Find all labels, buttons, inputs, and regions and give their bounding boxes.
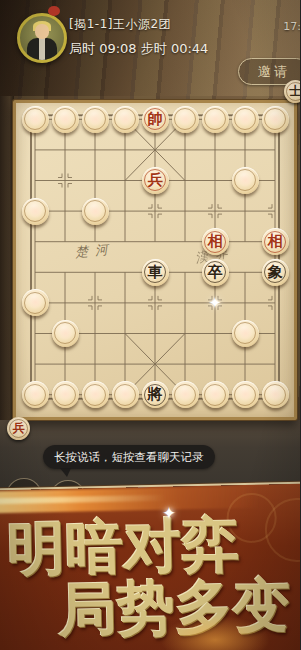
board-cell[interactable] — [20, 379, 50, 410]
banner-line-1: 明暗对弈 — [7, 513, 240, 580]
board-cell[interactable] — [110, 257, 140, 288]
piece-卒[interactable]: 卒 — [202, 259, 229, 286]
board-cell[interactable] — [50, 257, 80, 288]
table-edge-left — [0, 96, 14, 448]
board-cell[interactable] — [50, 165, 80, 196]
board-cell[interactable] — [80, 226, 110, 257]
captured-piece-advisor: 士 — [284, 80, 300, 103]
board-cell[interactable]: ✦ — [200, 288, 230, 319]
board-cell[interactable] — [140, 226, 170, 257]
piece-facedown[interactable] — [112, 106, 139, 133]
piece-facedown[interactable] — [232, 320, 259, 347]
board-cell[interactable] — [260, 379, 290, 410]
board-cell[interactable]: 車 — [140, 257, 170, 288]
sparkle-glint: ✦ — [162, 503, 176, 523]
board-cell[interactable] — [200, 135, 230, 166]
piece-glyph: 將 — [148, 381, 163, 408]
board-cell[interactable] — [110, 288, 140, 319]
piece-facedown[interactable] — [22, 198, 49, 225]
board-cell[interactable] — [50, 349, 80, 380]
move-time-value: 00:44 — [171, 41, 208, 56]
piece-facedown[interactable] — [112, 381, 139, 408]
board-cell[interactable] — [170, 257, 200, 288]
board-cell[interactable]: 兵 — [140, 165, 170, 196]
board-cell[interactable] — [230, 226, 260, 257]
piece-facedown[interactable] — [232, 167, 259, 194]
board-cell[interactable] — [80, 135, 110, 166]
board-cell[interactable] — [20, 288, 50, 319]
board-cell[interactable] — [50, 318, 80, 349]
board-cell[interactable] — [230, 135, 260, 166]
avatar-shirt — [39, 38, 45, 60]
board-cell[interactable] — [170, 226, 200, 257]
piece-facedown[interactable] — [202, 381, 229, 408]
game-screen: [揭1-1]王小源2团 局时 09:08 步时 00:44 17:5 邀请 楚河… — [0, 0, 300, 650]
board-cell[interactable] — [80, 257, 110, 288]
board-cell[interactable] — [20, 318, 50, 349]
piece-facedown[interactable] — [22, 289, 49, 316]
piece-facedown[interactable] — [82, 381, 109, 408]
board-cell[interactable] — [50, 379, 80, 410]
piece-facedown[interactable] — [172, 381, 199, 408]
board-cell[interactable] — [230, 165, 260, 196]
board-cell[interactable] — [170, 196, 200, 227]
board-inner: 楚河 漢界 帥兵相相車卒象✦將 — [20, 104, 290, 410]
board-cell[interactable] — [80, 288, 110, 319]
captured-soldier-glyph: 兵 — [13, 420, 25, 437]
board-cell[interactable] — [200, 196, 230, 227]
piece-象[interactable]: 象 — [262, 259, 289, 286]
board-cell[interactable] — [260, 165, 290, 196]
piece-glyph: 象 — [268, 259, 283, 286]
board-cell[interactable] — [50, 135, 80, 166]
move-time-label: 步时 — [141, 41, 167, 56]
opponent-avatar[interactable] — [17, 13, 67, 63]
board-cell[interactable] — [20, 104, 50, 135]
move-highlight-sparkle: ✦ — [207, 295, 223, 311]
opponent-name: [揭1-1]王小源2团 — [69, 16, 171, 33]
board-cell[interactable] — [170, 135, 200, 166]
board-cell[interactable] — [110, 349, 140, 380]
board-cell[interactable] — [260, 104, 290, 135]
board-cell[interactable] — [200, 379, 230, 410]
board-cell[interactable] — [140, 196, 170, 227]
piece-facedown[interactable] — [232, 381, 259, 408]
piece-facedown[interactable] — [52, 381, 79, 408]
board-cell[interactable] — [170, 379, 200, 410]
piece-glyph: 兵 — [148, 167, 163, 194]
board-cell[interactable] — [200, 104, 230, 135]
board-cell[interactable] — [230, 196, 260, 227]
board-cell[interactable] — [230, 288, 260, 319]
piece-相[interactable]: 相 — [202, 228, 229, 255]
piece-車[interactable]: 車 — [142, 259, 169, 286]
board-cell[interactable]: 相 — [260, 226, 290, 257]
board-cell[interactable] — [110, 379, 140, 410]
board-cell[interactable] — [50, 288, 80, 319]
timers: 局时 09:08 步时 00:44 — [69, 40, 208, 58]
board-cell[interactable] — [110, 196, 140, 227]
xiangqi-board[interactable]: 楚河 漢界 帥兵相相車卒象✦將 — [13, 100, 297, 420]
board-cell[interactable] — [20, 226, 50, 257]
board-cell[interactable] — [110, 318, 140, 349]
captured-piece-soldier: 兵 — [7, 417, 30, 440]
board-cell[interactable] — [80, 379, 110, 410]
game-time-value: 09:08 — [99, 41, 136, 56]
piece-facedown[interactable] — [262, 106, 289, 133]
board-cell[interactable] — [80, 196, 110, 227]
piece-facedown[interactable] — [232, 106, 259, 133]
board-cell[interactable] — [140, 318, 170, 349]
piece-帥[interactable]: 帥 — [142, 106, 169, 133]
avatar-badge — [48, 6, 60, 16]
board-cell[interactable] — [230, 349, 260, 380]
board-cell[interactable] — [140, 288, 170, 319]
board-cell[interactable]: 帥 — [140, 104, 170, 135]
board-cell[interactable] — [80, 349, 110, 380]
piece-glyph: 相 — [208, 228, 223, 255]
piece-glyph: 相 — [268, 228, 283, 255]
board-cell[interactable] — [260, 349, 290, 380]
piece-將[interactable]: 將 — [142, 381, 169, 408]
piece-facedown[interactable] — [202, 106, 229, 133]
piece-相[interactable]: 相 — [262, 228, 289, 255]
piece-facedown[interactable] — [262, 381, 289, 408]
board-cell[interactable] — [200, 349, 230, 380]
board-cell[interactable] — [170, 318, 200, 349]
chat-bubble-tail — [60, 468, 71, 477]
board-cell[interactable] — [20, 135, 50, 166]
board-cell[interactable] — [140, 349, 170, 380]
board-cell[interactable] — [230, 257, 260, 288]
board-cell[interactable] — [110, 135, 140, 166]
board-grid: 帥兵相相車卒象✦將 — [20, 104, 290, 410]
piece-glyph: 卒 — [208, 259, 223, 286]
board-cell[interactable] — [260, 288, 290, 319]
board-cell[interactable] — [170, 349, 200, 380]
piece-facedown[interactable] — [52, 320, 79, 347]
piece-facedown[interactable] — [52, 106, 79, 133]
board-cell[interactable] — [80, 318, 110, 349]
board-cell[interactable] — [260, 318, 290, 349]
board-cell[interactable] — [170, 288, 200, 319]
avatar-face — [35, 24, 49, 39]
board-cell[interactable] — [20, 257, 50, 288]
board-cell[interactable] — [80, 104, 110, 135]
piece-facedown[interactable] — [82, 198, 109, 225]
board-cell[interactable] — [20, 165, 50, 196]
board-cell[interactable] — [260, 135, 290, 166]
board-cell[interactable]: 相 — [200, 226, 230, 257]
board-cell[interactable] — [170, 104, 200, 135]
board-cell[interactable] — [50, 196, 80, 227]
piece-facedown[interactable] — [22, 106, 49, 133]
board-cell[interactable] — [80, 165, 110, 196]
board-cell[interactable] — [230, 104, 260, 135]
board-cell[interactable] — [260, 196, 290, 227]
piece-兵[interactable]: 兵 — [142, 167, 169, 194]
piece-facedown[interactable] — [22, 381, 49, 408]
system-clock: 17:5 — [283, 20, 300, 33]
chat-hint-bubble[interactable]: 长按说话，短按查看聊天记录 — [43, 445, 215, 469]
board-cell[interactable]: 象 — [260, 257, 290, 288]
board-cell[interactable]: 將 — [140, 379, 170, 410]
board-cell[interactable] — [50, 226, 80, 257]
board-cell[interactable] — [140, 135, 170, 166]
captured-advisor-glyph: 士 — [290, 83, 301, 100]
board-cell[interactable]: 卒 — [200, 257, 230, 288]
board-cell[interactable] — [20, 349, 50, 380]
board-cell[interactable] — [200, 165, 230, 196]
board-cell[interactable] — [110, 226, 140, 257]
piece-glyph: 車 — [148, 259, 163, 286]
game-time-label: 局时 — [69, 41, 95, 56]
board-cell[interactable] — [50, 104, 80, 135]
piece-facedown[interactable] — [172, 106, 199, 133]
piece-facedown[interactable] — [82, 106, 109, 133]
board-cell[interactable] — [200, 318, 230, 349]
board-cell[interactable] — [170, 165, 200, 196]
board-cell[interactable] — [230, 379, 260, 410]
piece-glyph: 帥 — [148, 106, 163, 133]
board-cell[interactable] — [110, 104, 140, 135]
board-cell[interactable] — [20, 196, 50, 227]
board-cell[interactable] — [110, 165, 140, 196]
board-cell[interactable] — [230, 318, 260, 349]
